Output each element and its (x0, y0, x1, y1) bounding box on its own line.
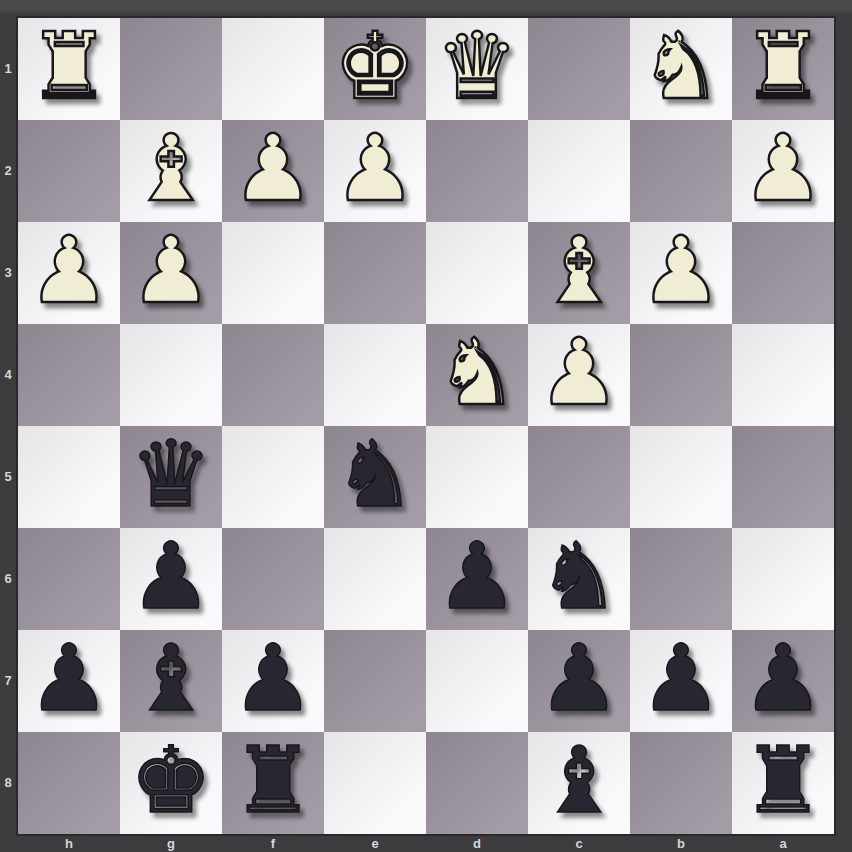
square-e8[interactable] (324, 732, 426, 834)
chess-board-frame: 12345678 hgfedcba ♜♚♛♞♜♝♟♟♟♟♟♝♟♞♟♛♞♟♟♞♟♝… (0, 0, 852, 852)
rank-label-5: 5 (0, 426, 16, 528)
rank-label-8: 8 (0, 732, 16, 834)
square-g1[interactable] (120, 18, 222, 120)
black-bishop-g7[interactable]: ♝ (130, 628, 212, 730)
white-knight-b1[interactable]: ♞ (640, 16, 722, 118)
white-knight-d4[interactable]: ♞ (436, 322, 518, 424)
black-pawn-c7[interactable]: ♟ (538, 628, 620, 730)
square-g6[interactable]: ♟ (120, 528, 222, 630)
square-b6[interactable] (630, 528, 732, 630)
white-queen-d1[interactable]: ♛ (436, 16, 518, 118)
file-label-a: a (732, 836, 834, 852)
square-c5[interactable] (528, 426, 630, 528)
square-c6[interactable]: ♞ (528, 528, 630, 630)
black-rook-a8[interactable]: ♜ (742, 730, 824, 832)
black-rook-f8[interactable]: ♜ (232, 730, 314, 832)
file-label-b: b (630, 836, 732, 852)
square-d4[interactable]: ♞ (426, 324, 528, 426)
file-label-d: d (426, 836, 528, 852)
square-a6[interactable] (732, 528, 834, 630)
square-f1[interactable] (222, 18, 324, 120)
square-e5[interactable]: ♞ (324, 426, 426, 528)
white-pawn-b3[interactable]: ♟ (640, 220, 722, 322)
square-h2[interactable] (18, 120, 120, 222)
rank-label-1: 1 (0, 18, 16, 120)
square-f7[interactable]: ♟ (222, 630, 324, 732)
square-d3[interactable] (426, 222, 528, 324)
white-rook-h1[interactable]: ♜ (28, 16, 110, 118)
square-c8[interactable]: ♝ (528, 732, 630, 834)
white-bishop-c3[interactable]: ♝ (538, 220, 620, 322)
square-g7[interactable]: ♝ (120, 630, 222, 732)
black-pawn-a7[interactable]: ♟ (742, 628, 824, 730)
file-label-e: e (324, 836, 426, 852)
square-b2[interactable] (630, 120, 732, 222)
file-label-g: g (120, 836, 222, 852)
square-a5[interactable] (732, 426, 834, 528)
square-a3[interactable] (732, 222, 834, 324)
square-e6[interactable] (324, 528, 426, 630)
square-b8[interactable] (630, 732, 732, 834)
black-pawn-f7[interactable]: ♟ (232, 628, 314, 730)
square-f2[interactable]: ♟ (222, 120, 324, 222)
black-king-g8[interactable]: ♚ (130, 730, 212, 832)
square-g3[interactable]: ♟ (120, 222, 222, 324)
black-knight-c6[interactable]: ♞ (538, 526, 620, 628)
square-d1[interactable]: ♛ (426, 18, 528, 120)
square-c4[interactable]: ♟ (528, 324, 630, 426)
white-pawn-f2[interactable]: ♟ (232, 118, 314, 220)
square-d8[interactable] (426, 732, 528, 834)
white-king-e1[interactable]: ♚ (334, 16, 416, 118)
black-pawn-h7[interactable]: ♟ (28, 628, 110, 730)
square-f8[interactable]: ♜ (222, 732, 324, 834)
square-b4[interactable] (630, 324, 732, 426)
square-g8[interactable]: ♚ (120, 732, 222, 834)
square-h8[interactable] (18, 732, 120, 834)
square-h7[interactable]: ♟ (18, 630, 120, 732)
rank-label-4: 4 (0, 324, 16, 426)
black-knight-e5[interactable]: ♞ (334, 424, 416, 526)
square-f6[interactable] (222, 528, 324, 630)
square-h1[interactable]: ♜ (18, 18, 120, 120)
square-b7[interactable]: ♟ (630, 630, 732, 732)
rank-label-7: 7 (0, 630, 16, 732)
square-e7[interactable] (324, 630, 426, 732)
square-d2[interactable] (426, 120, 528, 222)
square-g5[interactable]: ♛ (120, 426, 222, 528)
square-c3[interactable]: ♝ (528, 222, 630, 324)
square-b5[interactable] (630, 426, 732, 528)
square-h6[interactable] (18, 528, 120, 630)
square-a2[interactable]: ♟ (732, 120, 834, 222)
white-pawn-e2[interactable]: ♟ (334, 118, 416, 220)
square-g2[interactable]: ♝ (120, 120, 222, 222)
square-b1[interactable]: ♞ (630, 18, 732, 120)
black-pawn-d6[interactable]: ♟ (436, 526, 518, 628)
square-b3[interactable]: ♟ (630, 222, 732, 324)
square-c1[interactable] (528, 18, 630, 120)
square-f4[interactable] (222, 324, 324, 426)
square-f3[interactable] (222, 222, 324, 324)
square-e4[interactable] (324, 324, 426, 426)
square-f5[interactable] (222, 426, 324, 528)
black-pawn-g6[interactable]: ♟ (130, 526, 212, 628)
rank-label-6: 6 (0, 528, 16, 630)
black-bishop-c8[interactable]: ♝ (538, 730, 620, 832)
rank-label-2: 2 (0, 120, 16, 222)
chess-board: ♜♚♛♞♜♝♟♟♟♟♟♝♟♞♟♛♞♟♟♞♟♝♟♟♟♟♚♜♝♜ (16, 16, 836, 836)
square-e3[interactable] (324, 222, 426, 324)
file-label-h: h (18, 836, 120, 852)
black-queen-g5[interactable]: ♛ (130, 424, 212, 526)
square-c2[interactable] (528, 120, 630, 222)
square-d6[interactable]: ♟ (426, 528, 528, 630)
square-a1[interactable]: ♜ (732, 18, 834, 120)
square-a8[interactable]: ♜ (732, 732, 834, 834)
white-pawn-h3[interactable]: ♟ (28, 220, 110, 322)
white-pawn-g3[interactable]: ♟ (130, 220, 212, 322)
square-c7[interactable]: ♟ (528, 630, 630, 732)
square-h5[interactable] (18, 426, 120, 528)
square-g4[interactable] (120, 324, 222, 426)
square-e2[interactable]: ♟ (324, 120, 426, 222)
white-pawn-c4[interactable]: ♟ (538, 322, 620, 424)
square-a4[interactable] (732, 324, 834, 426)
white-bishop-g2[interactable]: ♝ (130, 118, 212, 220)
square-d5[interactable] (426, 426, 528, 528)
rank-label-3: 3 (0, 222, 16, 324)
file-label-c: c (528, 836, 630, 852)
square-a7[interactable]: ♟ (732, 630, 834, 732)
square-h3[interactable]: ♟ (18, 222, 120, 324)
black-pawn-b7[interactable]: ♟ (640, 628, 722, 730)
square-e1[interactable]: ♚ (324, 18, 426, 120)
white-pawn-a2[interactable]: ♟ (742, 118, 824, 220)
square-h4[interactable] (18, 324, 120, 426)
file-label-f: f (222, 836, 324, 852)
square-d7[interactable] (426, 630, 528, 732)
white-rook-a1[interactable]: ♜ (742, 16, 824, 118)
